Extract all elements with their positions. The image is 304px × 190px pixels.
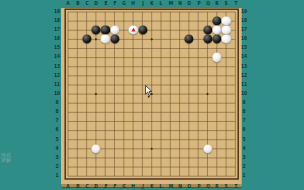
coord-label-left-6: 6 [55, 128, 58, 132]
coord-label-right-4: 4 [242, 146, 245, 150]
black-stone-R16 [212, 35, 221, 44]
coord-label-bottom-N: N [178, 185, 182, 189]
coord-label-top-E: E [104, 2, 107, 6]
coord-label-top-M: M [168, 2, 172, 6]
white-stone-H17 [129, 25, 138, 34]
coord-label-top-G: G [122, 2, 126, 6]
coord-label-left-3: 3 [55, 156, 58, 160]
coord-label-left-11: 11 [54, 83, 60, 87]
coord-label-top-C: C [85, 2, 88, 6]
coord-label-left-10: 10 [54, 92, 60, 96]
coord-label-left-15: 15 [54, 46, 60, 50]
black-stone-R18 [212, 16, 221, 25]
coord-label-bottom-A: A [67, 185, 70, 189]
coord-label-right-18: 18 [240, 19, 246, 23]
coord-label-left-19: 19 [54, 10, 60, 14]
coord-label-left-1: 1 [55, 174, 58, 178]
coord-label-left-4: 4 [55, 146, 58, 150]
coord-label-right-12: 12 [240, 73, 246, 77]
coord-label-bottom-O: O [187, 185, 191, 189]
coord-label-right-1: 1 [242, 174, 245, 178]
black-stone-D17 [92, 25, 101, 34]
coord-label-right-17: 17 [240, 28, 246, 32]
white-stone-F17 [110, 25, 119, 34]
coord-label-left-18: 18 [54, 19, 60, 23]
coord-label-right-13: 13 [240, 64, 246, 68]
coord-label-right-6: 6 [242, 128, 245, 132]
coord-label-bottom-E: E [104, 185, 107, 189]
coord-label-bottom-G: G [122, 185, 126, 189]
coord-label-right-16: 16 [240, 37, 246, 41]
coord-label-bottom-D: D [94, 185, 98, 189]
coord-label-top-T: T [234, 2, 237, 6]
coord-label-right-7: 7 [242, 119, 245, 123]
coord-label-right-9: 9 [242, 101, 245, 105]
mouse-cursor-icon [145, 85, 153, 98]
coord-label-left-13: 13 [54, 64, 60, 68]
black-stone-E17 [101, 25, 110, 34]
white-stone-S17 [222, 25, 231, 34]
coord-label-bottom-T: T [234, 185, 237, 189]
white-stone-Q4 [203, 144, 212, 153]
coord-label-bottom-C: C [85, 185, 88, 189]
coord-label-left-2: 2 [55, 165, 58, 169]
white-stone-D4 [92, 144, 101, 153]
coord-label-bottom-F: F [113, 185, 116, 189]
coord-label-right-19: 19 [240, 10, 246, 14]
coord-label-left-7: 7 [55, 119, 58, 123]
watermark-text: 围棋 讲解 [1, 153, 11, 164]
coord-label-right-5: 5 [242, 137, 245, 141]
black-stone-Q16 [203, 35, 212, 44]
coord-label-bottom-B: B [76, 185, 79, 189]
white-stone-E16 [101, 35, 110, 44]
black-stone-F16 [110, 35, 119, 44]
coord-label-top-O: O [187, 2, 191, 6]
app-background: AABBCCDDEEFFGGHHJJKKLLMMNNOOPPQQRRSSTT19… [0, 0, 304, 190]
coord-label-right-15: 15 [240, 46, 246, 50]
coord-label-left-17: 17 [54, 28, 60, 32]
coord-label-top-L: L [160, 2, 163, 6]
coord-label-top-B: B [76, 2, 79, 6]
coord-label-top-J: J [142, 2, 144, 6]
white-stone-S16 [222, 35, 231, 44]
coord-label-bottom-J: J [142, 185, 144, 189]
coord-label-right-14: 14 [240, 55, 246, 59]
coord-label-left-5: 5 [55, 137, 58, 141]
coord-label-right-11: 11 [240, 83, 246, 87]
coord-label-top-Q: Q [206, 2, 210, 6]
coord-label-bottom-L: L [160, 185, 163, 189]
coord-label-bottom-P: P [197, 185, 200, 189]
coord-label-top-N: N [178, 2, 182, 6]
coord-label-bottom-Q: Q [206, 185, 210, 189]
black-stone-C16 [82, 35, 91, 44]
coord-label-top-A: A [67, 2, 70, 6]
coord-label-right-2: 2 [242, 165, 245, 169]
coord-label-top-K: K [150, 2, 153, 6]
coord-label-left-14: 14 [54, 55, 60, 59]
coord-label-bottom-H: H [132, 185, 136, 189]
watermark-line-2: 讲解 [1, 159, 11, 164]
coord-label-left-9: 9 [55, 101, 58, 105]
coord-label-top-S: S [225, 2, 228, 6]
coord-label-right-10: 10 [240, 92, 246, 96]
white-stone-R14 [212, 53, 221, 62]
coord-label-bottom-M: M [168, 185, 172, 189]
black-stone-O16 [185, 35, 194, 44]
coord-label-left-8: 8 [55, 110, 58, 114]
coord-label-right-8: 8 [242, 110, 245, 114]
coord-label-right-3: 3 [242, 156, 245, 160]
white-stone-R17 [212, 25, 221, 34]
black-stone-Q17 [203, 25, 212, 34]
coord-label-bottom-K: K [150, 185, 153, 189]
coord-label-left-16: 16 [54, 37, 60, 41]
black-stone-J17 [138, 25, 147, 34]
coord-label-top-H: H [132, 2, 136, 6]
coord-label-top-P: P [197, 2, 200, 6]
coord-label-left-12: 12 [54, 73, 60, 77]
coord-label-top-D: D [94, 2, 98, 6]
coord-label-top-F: F [113, 2, 116, 6]
coord-label-bottom-S: S [225, 185, 228, 189]
coord-label-top-R: R [215, 2, 218, 6]
triangle-marker [131, 28, 135, 32]
white-stone-S18 [222, 16, 231, 25]
coord-label-bottom-R: R [215, 185, 218, 189]
